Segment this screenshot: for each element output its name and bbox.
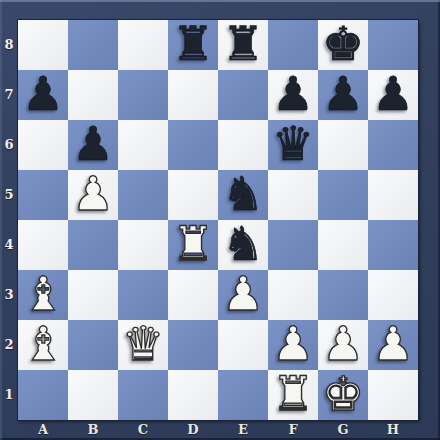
square-h5[interactable] bbox=[368, 170, 418, 220]
piece-white-king[interactable]: ♚ bbox=[322, 370, 364, 417]
file-label-c: C bbox=[118, 420, 168, 440]
piece-white-queen[interactable]: ♛ bbox=[122, 320, 164, 367]
square-d3[interactable] bbox=[168, 270, 218, 320]
rank-label-7: 7 bbox=[0, 70, 18, 120]
square-g8[interactable]: ♚ bbox=[318, 20, 368, 70]
piece-white-pawn[interactable]: ♟ bbox=[222, 270, 264, 317]
file-label-b: B bbox=[68, 420, 118, 440]
rank-label-2: 2 bbox=[0, 320, 18, 370]
piece-black-rook[interactable]: ♜ bbox=[222, 20, 264, 67]
piece-black-king[interactable]: ♚ bbox=[322, 20, 364, 67]
square-b3[interactable] bbox=[68, 270, 118, 320]
square-h7[interactable]: ♟ bbox=[368, 70, 418, 120]
square-b5[interactable]: ♟ bbox=[68, 170, 118, 220]
piece-black-pawn[interactable]: ♟ bbox=[72, 120, 114, 167]
square-c8[interactable] bbox=[118, 20, 168, 70]
piece-black-pawn[interactable]: ♟ bbox=[322, 70, 364, 117]
piece-white-rook[interactable]: ♜ bbox=[172, 220, 214, 267]
square-a5[interactable] bbox=[18, 170, 68, 220]
square-f8[interactable] bbox=[268, 20, 318, 70]
square-h6[interactable] bbox=[368, 120, 418, 170]
square-a7[interactable]: ♟ bbox=[18, 70, 68, 120]
square-b1[interactable] bbox=[68, 370, 118, 420]
square-g7[interactable]: ♟ bbox=[318, 70, 368, 120]
square-e4[interactable]: ♞ bbox=[218, 220, 268, 270]
square-g4[interactable] bbox=[318, 220, 368, 270]
square-f2[interactable]: ♟ bbox=[268, 320, 318, 370]
file-label-e: E bbox=[218, 420, 268, 440]
square-d5[interactable] bbox=[168, 170, 218, 220]
square-e1[interactable] bbox=[218, 370, 268, 420]
piece-white-pawn[interactable]: ♟ bbox=[272, 320, 314, 367]
piece-black-knight[interactable]: ♞ bbox=[222, 220, 264, 267]
square-f1[interactable]: ♜ bbox=[268, 370, 318, 420]
piece-black-pawn[interactable]: ♟ bbox=[272, 70, 314, 117]
square-b8[interactable] bbox=[68, 20, 118, 70]
piece-white-bishop[interactable]: ♝ bbox=[22, 320, 64, 367]
rank-label-1: 1 bbox=[0, 370, 18, 420]
piece-white-pawn[interactable]: ♟ bbox=[372, 320, 414, 367]
square-a4[interactable] bbox=[18, 220, 68, 270]
file-label-d: D bbox=[168, 420, 218, 440]
square-e8[interactable]: ♜ bbox=[218, 20, 268, 70]
square-a3[interactable]: ♝ bbox=[18, 270, 68, 320]
piece-black-pawn[interactable]: ♟ bbox=[372, 70, 414, 117]
square-d8[interactable]: ♜ bbox=[168, 20, 218, 70]
square-g3[interactable] bbox=[318, 270, 368, 320]
square-h3[interactable] bbox=[368, 270, 418, 320]
file-label-f: F bbox=[268, 420, 318, 440]
square-c3[interactable] bbox=[118, 270, 168, 320]
square-c7[interactable] bbox=[118, 70, 168, 120]
square-g2[interactable]: ♟ bbox=[318, 320, 368, 370]
rank-label-8: 8 bbox=[0, 20, 18, 70]
square-c6[interactable] bbox=[118, 120, 168, 170]
square-f3[interactable] bbox=[268, 270, 318, 320]
piece-white-rook[interactable]: ♜ bbox=[272, 370, 314, 417]
square-h4[interactable] bbox=[368, 220, 418, 270]
square-e3[interactable]: ♟ bbox=[218, 270, 268, 320]
rank-label-4: 4 bbox=[0, 220, 18, 270]
square-a8[interactable] bbox=[18, 20, 68, 70]
square-a1[interactable] bbox=[18, 370, 68, 420]
piece-black-knight[interactable]: ♞ bbox=[222, 170, 264, 217]
square-h2[interactable]: ♟ bbox=[368, 320, 418, 370]
file-label-h: H bbox=[368, 420, 418, 440]
square-h1[interactable] bbox=[368, 370, 418, 420]
square-d6[interactable] bbox=[168, 120, 218, 170]
square-f5[interactable] bbox=[268, 170, 318, 220]
square-e7[interactable] bbox=[218, 70, 268, 120]
piece-white-pawn[interactable]: ♟ bbox=[72, 170, 114, 217]
square-d1[interactable] bbox=[168, 370, 218, 420]
square-c5[interactable] bbox=[118, 170, 168, 220]
piece-white-bishop[interactable]: ♝ bbox=[22, 270, 64, 317]
square-g6[interactable] bbox=[318, 120, 368, 170]
rank-label-5: 5 bbox=[0, 170, 18, 220]
chess-board: ♜♜♚♟♟♟♟♟♛♟♞♜♞♝♟♝♛♟♟♟♜♚ bbox=[18, 20, 418, 420]
square-g1[interactable]: ♚ bbox=[318, 370, 368, 420]
piece-white-pawn[interactable]: ♟ bbox=[322, 320, 364, 367]
square-a2[interactable]: ♝ bbox=[18, 320, 68, 370]
piece-black-queen[interactable]: ♛ bbox=[272, 120, 314, 167]
square-h8[interactable] bbox=[368, 20, 418, 70]
square-g5[interactable] bbox=[318, 170, 368, 220]
square-b2[interactable] bbox=[68, 320, 118, 370]
square-f7[interactable]: ♟ bbox=[268, 70, 318, 120]
rank-label-3: 3 bbox=[0, 270, 18, 320]
piece-black-rook[interactable]: ♜ bbox=[172, 20, 214, 67]
square-f6[interactable]: ♛ bbox=[268, 120, 318, 170]
square-c1[interactable] bbox=[118, 370, 168, 420]
piece-black-pawn[interactable]: ♟ bbox=[22, 70, 64, 117]
square-e2[interactable] bbox=[218, 320, 268, 370]
board-frame: ♜♜♚♟♟♟♟♟♛♟♞♜♞♝♟♝♛♟♟♟♜♚ 87654321 ABCDEFGH bbox=[0, 0, 440, 440]
square-c2[interactable]: ♛ bbox=[118, 320, 168, 370]
square-e5[interactable]: ♞ bbox=[218, 170, 268, 220]
square-d2[interactable] bbox=[168, 320, 218, 370]
square-d7[interactable] bbox=[168, 70, 218, 120]
file-label-g: G bbox=[318, 420, 368, 440]
square-e6[interactable] bbox=[218, 120, 268, 170]
rank-label-6: 6 bbox=[0, 120, 18, 170]
square-b4[interactable] bbox=[68, 220, 118, 270]
square-b7[interactable] bbox=[68, 70, 118, 120]
square-f4[interactable] bbox=[268, 220, 318, 270]
square-a6[interactable] bbox=[18, 120, 68, 170]
square-d4[interactable]: ♜ bbox=[168, 220, 218, 270]
square-b6[interactable]: ♟ bbox=[68, 120, 118, 170]
square-c4[interactable] bbox=[118, 220, 168, 270]
file-label-a: A bbox=[18, 420, 68, 440]
